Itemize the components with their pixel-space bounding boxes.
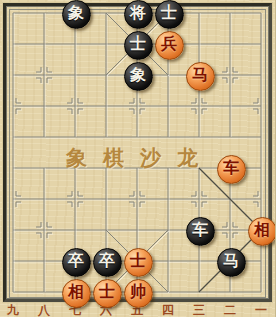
piece-black-horse[interactable]: 马 [217, 248, 246, 277]
piece-red-chariot[interactable]: 车 [217, 155, 246, 184]
xiangqi-board[interactable]: 象棋沙龙 象将士士兵象马车车相卒卒士马相士帅 九八七六五四三二一 [0, 0, 275, 317]
piece-glyph: 象 [130, 67, 146, 83]
piece-glyph: 士 [130, 36, 146, 52]
river-watermark-text: 象棋沙龙 [66, 144, 214, 172]
piece-red-elephant[interactable]: 相 [248, 217, 276, 246]
piece-red-soldier[interactable]: 兵 [155, 31, 184, 60]
piece-glyph: 士 [99, 284, 115, 300]
piece-glyph: 马 [223, 253, 239, 269]
piece-glyph: 卒 [99, 253, 115, 269]
piece-red-horse[interactable]: 马 [186, 62, 215, 91]
file-label-1: 一 [252, 302, 270, 317]
piece-glyph: 相 [254, 222, 270, 238]
file-label-2: 二 [221, 302, 239, 317]
piece-red-advisor[interactable]: 士 [124, 248, 153, 277]
file-label-4: 四 [159, 302, 177, 317]
piece-glyph: 士 [161, 5, 177, 21]
piece-black-elephant[interactable]: 象 [124, 62, 153, 91]
piece-glyph: 兵 [161, 36, 177, 52]
piece-black-general[interactable]: 将 [124, 0, 153, 29]
piece-black-chariot[interactable]: 车 [186, 217, 215, 246]
piece-red-general[interactable]: 帅 [124, 279, 153, 308]
piece-black-elephant[interactable]: 象 [62, 0, 91, 29]
piece-glyph: 士 [130, 253, 146, 269]
piece-glyph: 象 [68, 5, 84, 21]
piece-black-advisor[interactable]: 士 [155, 0, 184, 29]
file-label-8: 八 [35, 302, 53, 317]
file-label-9: 九 [4, 302, 22, 317]
piece-black-soldier[interactable]: 卒 [93, 248, 122, 277]
piece-glyph: 车 [223, 160, 239, 176]
piece-glyph: 车 [192, 222, 208, 238]
piece-glyph: 卒 [68, 253, 84, 269]
piece-glyph: 帅 [130, 284, 146, 300]
piece-glyph: 马 [192, 67, 208, 83]
piece-black-advisor[interactable]: 士 [124, 31, 153, 60]
piece-red-elephant[interactable]: 相 [62, 279, 91, 308]
piece-glyph: 相 [68, 284, 84, 300]
piece-glyph: 将 [130, 5, 146, 21]
file-label-3: 三 [190, 302, 208, 317]
piece-black-soldier[interactable]: 卒 [62, 248, 91, 277]
piece-red-advisor[interactable]: 士 [93, 279, 122, 308]
